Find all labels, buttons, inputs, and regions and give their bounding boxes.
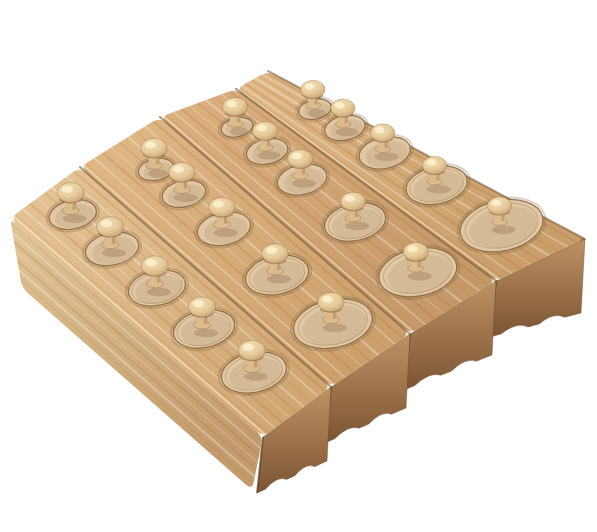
cylinder-blocks-scene [0, 0, 597, 532]
knob-shadow [408, 272, 432, 280]
knob-shadow [323, 324, 347, 332]
knob-cap [371, 124, 395, 142]
knob-cap [318, 292, 344, 312]
knob-shadow [336, 128, 359, 136]
knob-shadow [292, 179, 316, 187]
knob-highlight [305, 83, 315, 90]
knob-highlight [322, 296, 333, 303]
knob-highlight [146, 259, 157, 266]
knob-highlight [291, 153, 301, 160]
knob-shadow [174, 194, 198, 202]
knob-shadow [147, 288, 171, 296]
knob-cap [422, 156, 446, 174]
knob-highlight [335, 102, 345, 109]
knob-highlight [193, 300, 204, 307]
knob-shadow [102, 249, 126, 257]
knob-cap [169, 162, 195, 182]
knob-shadow [267, 275, 291, 283]
knob-shadow [308, 109, 326, 117]
montessori-cylinder-blocks-photo [0, 0, 597, 532]
knob-highlight [426, 159, 436, 166]
knob-highlight [257, 125, 267, 132]
knob-shadow [244, 372, 268, 380]
knob-highlight [101, 220, 112, 227]
knob-cap [331, 99, 355, 117]
knob-highlight [374, 127, 384, 134]
knob-cap [188, 297, 215, 317]
knob-highlight [491, 200, 501, 207]
knob-cap [222, 97, 247, 116]
knob-cap [288, 150, 313, 169]
knob-highlight [243, 344, 254, 351]
knob-shadow [492, 226, 516, 234]
knob-cap [301, 80, 325, 98]
knob-highlight [213, 201, 224, 208]
knob-cap [238, 340, 265, 360]
knob-cap [209, 197, 235, 217]
knob-shadow [345, 222, 369, 230]
knob-shadow [230, 127, 248, 135]
knob-cap [403, 242, 428, 261]
knob-shadow [375, 153, 399, 161]
knob-cap [262, 244, 288, 264]
knob-shadow [194, 329, 218, 337]
knob-shadow [148, 169, 168, 177]
knob-cap [141, 256, 168, 276]
knob-highlight [266, 247, 277, 254]
knob-highlight [407, 245, 417, 252]
knob-cap [253, 122, 278, 141]
knob-shadow [258, 151, 281, 159]
knob-cap [96, 217, 123, 237]
knob-shadow [427, 185, 451, 193]
knob-shadow [214, 228, 238, 236]
knob-highlight [173, 166, 184, 173]
knob-cap [141, 138, 167, 158]
knob-shadow [63, 214, 87, 222]
knob-highlight [345, 195, 355, 202]
knob-cap [57, 182, 84, 202]
knob-cap [487, 197, 511, 215]
knob-cap [341, 192, 366, 211]
knob-highlight [145, 141, 156, 148]
knob-highlight [61, 186, 72, 193]
knob-highlight [226, 100, 236, 107]
